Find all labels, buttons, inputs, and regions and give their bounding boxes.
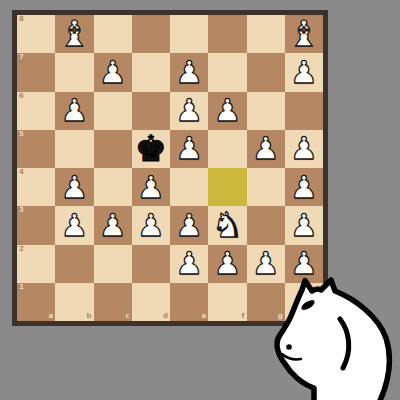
square-a6[interactable]: 6 — [17, 92, 55, 130]
square-a2[interactable]: 2 — [17, 245, 55, 283]
square-b5[interactable] — [55, 130, 93, 168]
rank-label-4: 4 — [19, 169, 24, 176]
square-h4[interactable]: ♟ — [285, 168, 323, 206]
white-pawn[interactable]: ♟ — [213, 248, 241, 279]
white-bishop[interactable]: ♝ — [288, 16, 320, 52]
square-h3[interactable]: ♟ — [285, 206, 323, 244]
white-pawn[interactable]: ♟ — [175, 248, 203, 279]
square-h8[interactable]: ♝ — [285, 15, 323, 53]
square-a3[interactable]: 3 — [17, 206, 55, 244]
square-c3[interactable]: ♟ — [94, 206, 132, 244]
square-b3[interactable]: ♟ — [55, 206, 93, 244]
rank-label-3: 3 — [19, 207, 24, 214]
white-pawn[interactable]: ♟ — [175, 210, 203, 241]
square-d1[interactable]: d — [132, 283, 170, 321]
square-c1[interactable]: c — [94, 283, 132, 321]
white-pawn[interactable]: ♟ — [99, 210, 127, 241]
file-label-a: a — [49, 313, 54, 320]
square-f4[interactable] — [208, 168, 246, 206]
square-g5[interactable]: ♟ — [247, 130, 285, 168]
knight-head-icon — [270, 274, 398, 400]
square-e7[interactable]: ♟ — [170, 53, 208, 91]
square-b7[interactable] — [55, 53, 93, 91]
square-a4[interactable]: 4 — [17, 168, 55, 206]
square-e3[interactable]: ♟ — [170, 206, 208, 244]
square-c7[interactable]: ♟ — [94, 53, 132, 91]
file-label-e: e — [202, 313, 207, 320]
square-d5[interactable]: ♚ — [132, 130, 170, 168]
white-pawn[interactable]: ♟ — [175, 133, 203, 164]
square-f2[interactable]: ♟ — [208, 245, 246, 283]
square-b4[interactable]: ♟ — [55, 168, 93, 206]
white-pawn[interactable]: ♟ — [290, 57, 318, 88]
rank-label-8: 8 — [19, 16, 24, 23]
square-e2[interactable]: ♟ — [170, 245, 208, 283]
square-e4[interactable] — [170, 168, 208, 206]
square-a5[interactable]: 5 — [17, 130, 55, 168]
square-b6[interactable]: ♟ — [55, 92, 93, 130]
square-g8[interactable] — [247, 15, 285, 53]
square-g7[interactable] — [247, 53, 285, 91]
black-king[interactable]: ♚ — [135, 131, 167, 167]
white-pawn[interactable]: ♟ — [290, 210, 318, 241]
white-knight[interactable]: ♞ — [212, 208, 243, 243]
square-e8[interactable] — [170, 15, 208, 53]
rank-label-7: 7 — [19, 54, 24, 61]
white-pawn[interactable]: ♟ — [137, 172, 165, 203]
rank-label-2: 2 — [19, 246, 24, 253]
white-pawn[interactable]: ♟ — [60, 95, 88, 126]
square-a1[interactable]: 1a — [17, 283, 55, 321]
square-f1[interactable]: f — [208, 283, 246, 321]
rank-label-6: 6 — [19, 93, 24, 100]
square-b1[interactable]: b — [55, 283, 93, 321]
square-g6[interactable] — [247, 92, 285, 130]
square-c8[interactable] — [94, 15, 132, 53]
square-c2[interactable] — [94, 245, 132, 283]
square-d3[interactable]: ♟ — [132, 206, 170, 244]
square-g3[interactable] — [247, 206, 285, 244]
square-g4[interactable] — [247, 168, 285, 206]
square-d2[interactable] — [132, 245, 170, 283]
square-a7[interactable]: 7 — [17, 53, 55, 91]
white-pawn[interactable]: ♟ — [175, 95, 203, 126]
square-d6[interactable] — [132, 92, 170, 130]
square-d4[interactable]: ♟ — [132, 168, 170, 206]
square-a8[interactable]: 8 — [17, 15, 55, 53]
square-h6[interactable] — [285, 92, 323, 130]
rank-label-5: 5 — [19, 131, 24, 138]
white-pawn[interactable]: ♟ — [252, 133, 280, 164]
square-e6[interactable]: ♟ — [170, 92, 208, 130]
square-c5[interactable] — [94, 130, 132, 168]
square-f3[interactable]: ♞ — [208, 206, 246, 244]
white-pawn[interactable]: ♟ — [137, 210, 165, 241]
white-pawn[interactable]: ♟ — [213, 95, 241, 126]
square-e5[interactable]: ♟ — [170, 130, 208, 168]
white-pawn[interactable]: ♟ — [60, 172, 88, 203]
square-d8[interactable] — [132, 15, 170, 53]
square-h5[interactable]: ♟ — [285, 130, 323, 168]
square-c6[interactable] — [94, 92, 132, 130]
white-pawn[interactable]: ♟ — [60, 210, 88, 241]
square-d7[interactable] — [132, 53, 170, 91]
square-e1[interactable]: e — [170, 283, 208, 321]
square-h7[interactable]: ♟ — [285, 53, 323, 91]
square-f6[interactable]: ♟ — [208, 92, 246, 130]
file-label-b: b — [86, 313, 91, 320]
white-pawn[interactable]: ♟ — [290, 133, 318, 164]
square-f8[interactable] — [208, 15, 246, 53]
white-bishop[interactable]: ♝ — [58, 16, 90, 52]
square-f5[interactable] — [208, 130, 246, 168]
page-background: { "game": "chess", "description": "Chess… — [0, 0, 400, 400]
square-b8[interactable]: ♝ — [55, 15, 93, 53]
square-f7[interactable] — [208, 53, 246, 91]
white-pawn[interactable]: ♟ — [175, 57, 203, 88]
file-label-c: c — [126, 313, 130, 320]
white-pawn[interactable]: ♟ — [290, 172, 318, 203]
rank-label-1: 1 — [19, 284, 24, 291]
square-c4[interactable] — [94, 168, 132, 206]
file-label-d: d — [163, 313, 168, 320]
square-b2[interactable] — [55, 245, 93, 283]
white-pawn[interactable]: ♟ — [99, 57, 127, 88]
file-label-f: f — [241, 313, 244, 320]
